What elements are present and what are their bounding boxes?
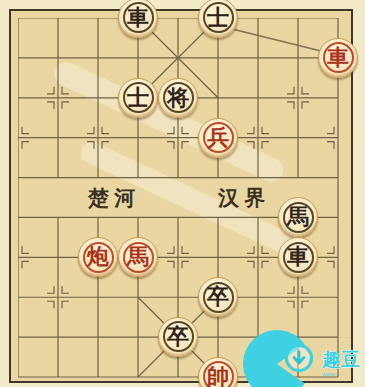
watermark-brand-text: 趣豆 [321,349,360,370]
watermark-tiny-url-text: www.····· [321,371,346,377]
piece-glyph: 帥 [199,358,237,387]
piece-red-horse[interactable]: 馬 [118,237,158,277]
piece-red-cannon[interactable]: 炮 [78,237,118,277]
piece-red-chariot[interactable]: 車 [318,38,358,78]
piece-glyph: 卒 [199,278,237,316]
piece-black-general[interactable]: 将 [158,78,198,118]
piece-black-horse[interactable]: 馬 [278,197,318,237]
piece-black-advisor-2[interactable]: 士 [118,78,158,118]
piece-black-soldier-1[interactable]: 卒 [198,277,238,317]
piece-glyph: 車 [319,39,357,77]
piece-black-chariot-2[interactable]: 車 [278,237,318,277]
piece-glyph: 馬 [279,198,317,236]
piece-glyph: 兵 [199,119,237,157]
piece-glyph: 士 [199,0,237,37]
xiangqi-app-screen: 楚 河 汉 界 車士車士将兵馬炮馬車卒卒帥 · · · 趣豆 www.····· [0,0,365,387]
watermark-tiny-top-text: · · · [340,334,350,341]
piece-red-soldier[interactable]: 兵 [198,118,238,158]
piece-black-advisor-1[interactable]: 士 [198,0,238,38]
qudou-watermark-logo[interactable]: · · · 趣豆 www.····· [233,328,365,387]
piece-glyph: 炮 [79,238,117,276]
piece-glyph: 将 [159,79,197,117]
piece-red-general[interactable]: 帥 [198,357,238,387]
piece-glyph: 車 [279,238,317,276]
piece-glyph: 馬 [119,238,157,276]
piece-black-soldier-2[interactable]: 卒 [158,317,198,357]
piece-glyph: 卒 [159,318,197,356]
piece-glyph: 士 [119,79,157,117]
piece-glyph: 車 [119,0,157,37]
piece-black-chariot-1[interactable]: 車 [118,0,158,38]
